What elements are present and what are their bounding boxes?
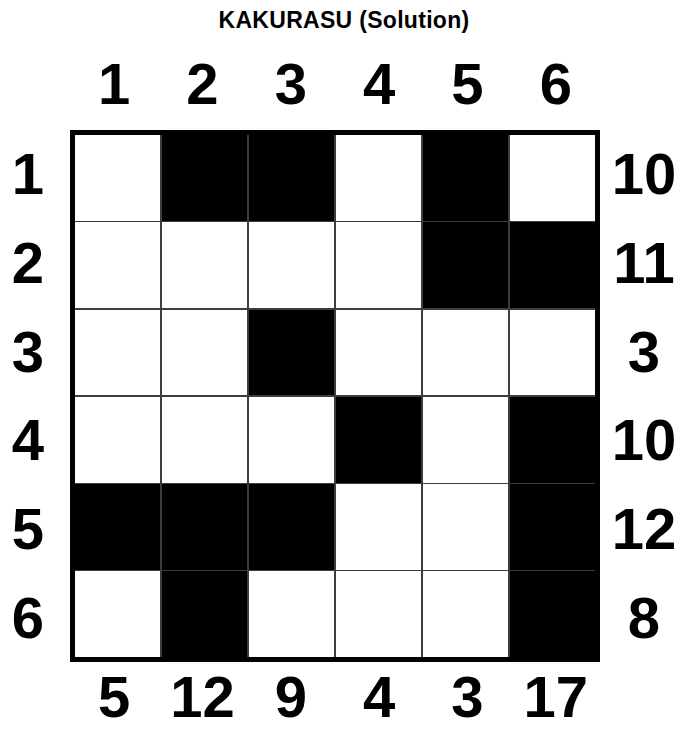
cell-r5c3[interactable]: [249, 484, 334, 570]
column-sums: 51294317: [70, 660, 600, 734]
cell-r3c4[interactable]: [336, 310, 421, 396]
cell-r1c2[interactable]: [162, 135, 247, 221]
column-label-3: 3: [247, 46, 335, 122]
column-label-6: 6: [512, 46, 600, 122]
cell-r2c6[interactable]: [510, 222, 595, 308]
cell-r1c3[interactable]: [249, 135, 334, 221]
cell-r1c6[interactable]: [510, 135, 595, 221]
cell-r6c3[interactable]: [249, 571, 334, 657]
cell-r1c1[interactable]: [75, 135, 160, 221]
column-sum-4: 4: [335, 660, 423, 734]
column-label-4: 4: [335, 46, 423, 122]
cell-r3c1[interactable]: [75, 310, 160, 396]
cell-r4c3[interactable]: [249, 397, 334, 483]
column-sum-3: 9: [247, 660, 335, 734]
row-sums: 1011310128: [600, 130, 688, 662]
cell-r5c4[interactable]: [336, 484, 421, 570]
kakurasu-page: KAKURASU (Solution) 123456 123456 101131…: [0, 0, 688, 734]
column-label-2: 2: [158, 46, 246, 122]
cell-r2c2[interactable]: [162, 222, 247, 308]
cell-r3c6[interactable]: [510, 310, 595, 396]
row-label-3: 3: [0, 307, 56, 396]
cell-r6c2[interactable]: [162, 571, 247, 657]
puzzle-title: KAKURASU (Solution): [0, 7, 688, 34]
cell-r4c6[interactable]: [510, 397, 595, 483]
row-sum-2: 11: [600, 219, 688, 308]
cell-r5c2[interactable]: [162, 484, 247, 570]
cell-r5c5[interactable]: [423, 484, 508, 570]
cell-r2c1[interactable]: [75, 222, 160, 308]
cell-r6c6[interactable]: [510, 571, 595, 657]
cell-r4c1[interactable]: [75, 397, 160, 483]
row-label-4: 4: [0, 396, 56, 485]
cell-r2c4[interactable]: [336, 222, 421, 308]
column-sum-1: 5: [70, 660, 158, 734]
cell-r6c4[interactable]: [336, 571, 421, 657]
column-sum-2: 12: [158, 660, 246, 734]
cell-r4c4[interactable]: [336, 397, 421, 483]
row-sum-3: 3: [600, 307, 688, 396]
row-label-2: 2: [0, 219, 56, 308]
cell-r6c5[interactable]: [423, 571, 508, 657]
row-sum-6: 8: [600, 573, 688, 662]
cell-r2c3[interactable]: [249, 222, 334, 308]
row-labels: 123456: [0, 130, 56, 662]
cell-r4c5[interactable]: [423, 397, 508, 483]
cell-r3c3[interactable]: [249, 310, 334, 396]
cell-r2c5[interactable]: [423, 222, 508, 308]
cell-r4c2[interactable]: [162, 397, 247, 483]
row-label-1: 1: [0, 130, 56, 219]
cell-r6c1[interactable]: [75, 571, 160, 657]
row-label-5: 5: [0, 485, 56, 574]
cell-r3c2[interactable]: [162, 310, 247, 396]
row-sum-4: 10: [600, 396, 688, 485]
row-sum-5: 12: [600, 485, 688, 574]
cell-r3c5[interactable]: [423, 310, 508, 396]
row-label-6: 6: [0, 573, 56, 662]
column-sum-5: 3: [423, 660, 511, 734]
cell-r1c5[interactable]: [423, 135, 508, 221]
column-labels: 123456: [70, 46, 600, 122]
cell-r1c4[interactable]: [336, 135, 421, 221]
column-label-1: 1: [70, 46, 158, 122]
column-label-5: 5: [423, 46, 511, 122]
column-sum-6: 17: [512, 660, 600, 734]
row-sum-1: 10: [600, 130, 688, 219]
cell-r5c1[interactable]: [75, 484, 160, 570]
cell-r5c6[interactable]: [510, 484, 595, 570]
kakurasu-board: [70, 130, 600, 662]
